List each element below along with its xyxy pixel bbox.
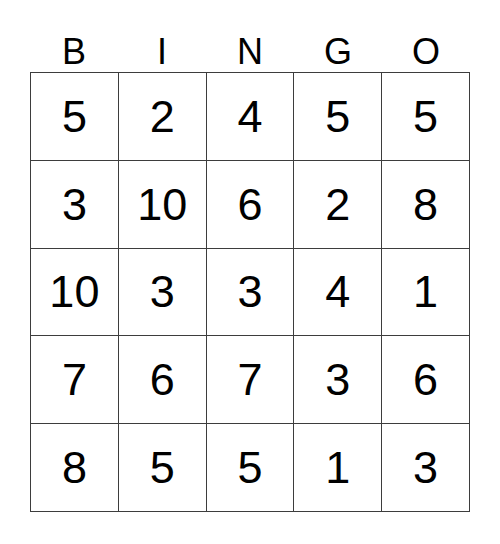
header-letter-g: G xyxy=(294,0,382,72)
bingo-header: B I N G O xyxy=(30,0,470,72)
cell-r5c4[interactable]: 1 xyxy=(294,424,381,511)
cell-r5c3[interactable]: 5 xyxy=(207,424,294,511)
cell-r1c5[interactable]: 5 xyxy=(382,73,469,160)
cell-r4c3[interactable]: 7 xyxy=(207,336,294,423)
cell-r3c2[interactable]: 3 xyxy=(119,249,206,336)
cell-r3c3[interactable]: 3 xyxy=(207,249,294,336)
cell-r1c1[interactable]: 5 xyxy=(31,73,118,160)
cell-r1c3[interactable]: 4 xyxy=(207,73,294,160)
header-letter-b: B xyxy=(30,0,118,72)
cell-r2c3[interactable]: 6 xyxy=(207,161,294,248)
cell-r2c2[interactable]: 10 xyxy=(119,161,206,248)
cell-r4c4[interactable]: 3 xyxy=(294,336,381,423)
cell-r3c5[interactable]: 1 xyxy=(382,249,469,336)
bingo-grid: 5 2 4 5 5 3 10 6 2 8 10 3 3 4 1 7 6 7 3 … xyxy=(30,72,470,512)
header-letter-o: O xyxy=(382,0,470,72)
cell-r1c2[interactable]: 2 xyxy=(119,73,206,160)
cell-r3c4[interactable]: 4 xyxy=(294,249,381,336)
cell-r5c5[interactable]: 3 xyxy=(382,424,469,511)
bingo-card: B I N G O 5 2 4 5 5 3 10 6 2 8 10 3 3 4 … xyxy=(0,0,500,544)
cell-r5c1[interactable]: 8 xyxy=(31,424,118,511)
cell-r4c5[interactable]: 6 xyxy=(382,336,469,423)
cell-r4c2[interactable]: 6 xyxy=(119,336,206,423)
cell-r2c5[interactable]: 8 xyxy=(382,161,469,248)
cell-r3c1[interactable]: 10 xyxy=(31,249,118,336)
header-letter-i: I xyxy=(118,0,206,72)
cell-r5c2[interactable]: 5 xyxy=(119,424,206,511)
cell-r4c1[interactable]: 7 xyxy=(31,336,118,423)
cell-r2c1[interactable]: 3 xyxy=(31,161,118,248)
cell-r1c4[interactable]: 5 xyxy=(294,73,381,160)
header-letter-n: N xyxy=(206,0,294,72)
cell-r2c4[interactable]: 2 xyxy=(294,161,381,248)
